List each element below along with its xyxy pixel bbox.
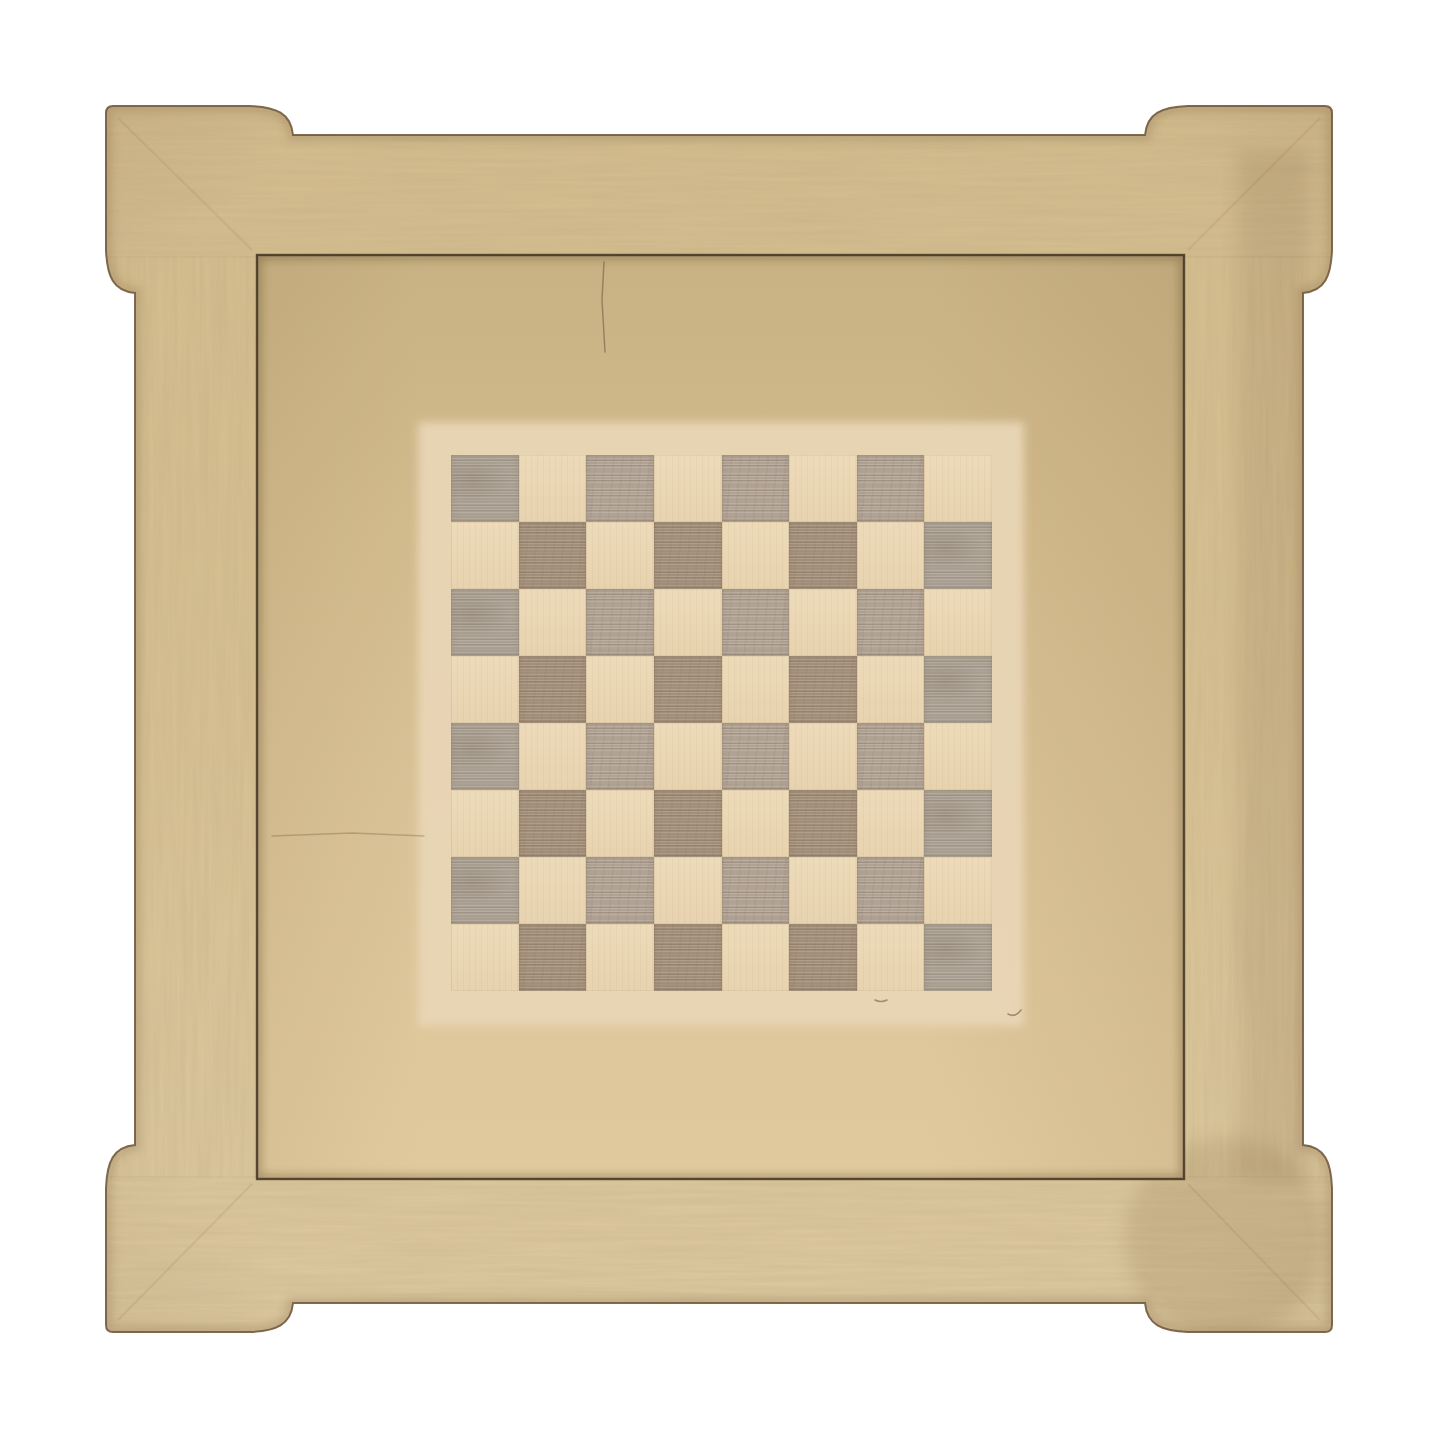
board-square[interactable] xyxy=(857,522,925,589)
board-square[interactable] xyxy=(451,656,519,723)
board-square[interactable] xyxy=(451,790,519,857)
board-square[interactable] xyxy=(586,924,654,991)
game-table-scene xyxy=(0,0,1445,1445)
board-square[interactable] xyxy=(519,790,587,857)
board-square[interactable] xyxy=(722,790,790,857)
board-square[interactable] xyxy=(586,857,654,924)
checkerboard xyxy=(451,455,992,991)
board-square[interactable] xyxy=(789,589,857,656)
board-square[interactable] xyxy=(451,522,519,589)
board-square[interactable] xyxy=(857,656,925,723)
board-square[interactable] xyxy=(722,857,790,924)
board-square[interactable] xyxy=(451,723,519,790)
board-square[interactable] xyxy=(789,522,857,589)
board-square[interactable] xyxy=(451,924,519,991)
board-square[interactable] xyxy=(451,589,519,656)
board-square[interactable] xyxy=(789,857,857,924)
board-square[interactable] xyxy=(586,723,654,790)
board-square[interactable] xyxy=(857,857,925,924)
board-square[interactable] xyxy=(722,723,790,790)
board-square[interactable] xyxy=(451,455,519,522)
board-square[interactable] xyxy=(789,656,857,723)
board-square[interactable] xyxy=(654,455,722,522)
board-square[interactable] xyxy=(654,857,722,924)
board-square[interactable] xyxy=(519,522,587,589)
board-square[interactable] xyxy=(654,656,722,723)
board-square[interactable] xyxy=(924,656,992,723)
board-square[interactable] xyxy=(857,589,925,656)
board-square[interactable] xyxy=(654,589,722,656)
board-square[interactable] xyxy=(789,455,857,522)
board-square[interactable] xyxy=(789,790,857,857)
board-square[interactable] xyxy=(654,790,722,857)
board-square[interactable] xyxy=(586,790,654,857)
board-square[interactable] xyxy=(586,455,654,522)
board-square[interactable] xyxy=(924,455,992,522)
board-square[interactable] xyxy=(924,589,992,656)
board-square[interactable] xyxy=(586,522,654,589)
board-square[interactable] xyxy=(722,589,790,656)
board-square[interactable] xyxy=(519,924,587,991)
board-square[interactable] xyxy=(654,723,722,790)
board-square[interactable] xyxy=(857,790,925,857)
board-square[interactable] xyxy=(519,857,587,924)
board-square[interactable] xyxy=(857,455,925,522)
board-square[interactable] xyxy=(722,522,790,589)
board-square[interactable] xyxy=(924,924,992,991)
board-square[interactable] xyxy=(924,857,992,924)
board-square[interactable] xyxy=(789,924,857,991)
board-square[interactable] xyxy=(654,522,722,589)
board-square[interactable] xyxy=(519,723,587,790)
board-square[interactable] xyxy=(519,589,587,656)
board-square[interactable] xyxy=(586,656,654,723)
board-square[interactable] xyxy=(924,790,992,857)
board-square[interactable] xyxy=(722,656,790,723)
board-square[interactable] xyxy=(722,924,790,991)
board-square[interactable] xyxy=(722,455,790,522)
board-square[interactable] xyxy=(519,656,587,723)
board-square[interactable] xyxy=(857,924,925,991)
board-square[interactable] xyxy=(789,723,857,790)
board-square[interactable] xyxy=(451,857,519,924)
board-square[interactable] xyxy=(519,455,587,522)
board-square[interactable] xyxy=(924,522,992,589)
board-square[interactable] xyxy=(654,924,722,991)
board-square[interactable] xyxy=(586,589,654,656)
board-square[interactable] xyxy=(857,723,925,790)
board-square[interactable] xyxy=(924,723,992,790)
